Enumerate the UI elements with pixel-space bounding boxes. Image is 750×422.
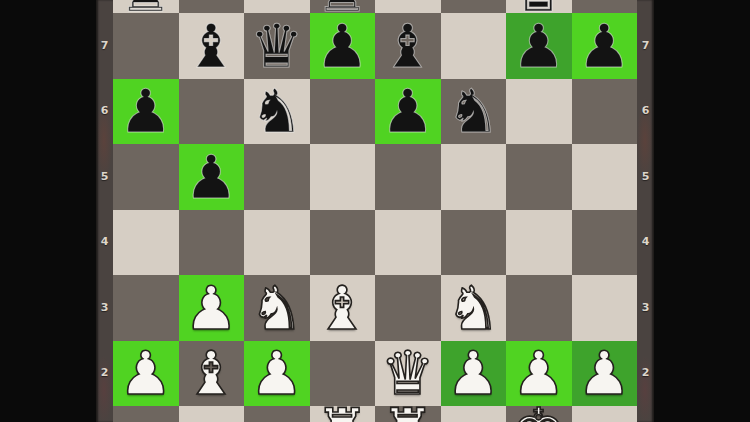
square-b7[interactable]: ♝ — [179, 13, 245, 79]
black-knight-c6[interactable]: ♞ — [250, 81, 304, 141]
square-b3[interactable]: ♟ — [179, 275, 245, 341]
square-c2[interactable]: ♟ — [244, 341, 310, 407]
square-e4[interactable] — [375, 210, 441, 276]
rank-label-7: 7 — [637, 39, 654, 53]
app-screen: 87654321 87654321 ♜♜♚♝♛♟♝♟♟♟♞♟♞♟♟♞♝♞♟♝♟♛… — [0, 0, 750, 422]
square-a3[interactable] — [113, 275, 179, 341]
black-pawn-a6[interactable]: ♟ — [119, 81, 173, 141]
square-b4[interactable] — [179, 210, 245, 276]
square-g5[interactable] — [506, 144, 572, 210]
white-pawn-f2[interactable]: ♟ — [446, 343, 500, 403]
square-a6[interactable]: ♟ — [113, 79, 179, 145]
square-f2[interactable]: ♟ — [441, 341, 507, 407]
square-e5[interactable] — [375, 144, 441, 210]
square-d3[interactable]: ♝ — [310, 275, 376, 341]
square-f7[interactable] — [441, 13, 507, 79]
square-h7[interactable]: ♟ — [572, 13, 638, 79]
square-f8[interactable] — [441, 0, 507, 13]
square-b6[interactable] — [179, 79, 245, 145]
square-b1[interactable] — [179, 406, 245, 422]
square-f5[interactable] — [441, 144, 507, 210]
white-bishop-d3[interactable]: ♝ — [315, 278, 369, 338]
black-pawn-d7[interactable]: ♟ — [315, 16, 369, 76]
white-knight-c3[interactable]: ♞ — [250, 278, 304, 338]
white-pawn-h2[interactable]: ♟ — [577, 343, 631, 403]
square-a4[interactable] — [113, 210, 179, 276]
square-g3[interactable] — [506, 275, 572, 341]
black-pawn-b5[interactable]: ♟ — [184, 147, 238, 207]
rank-label-5: 5 — [96, 170, 113, 184]
rank-label-7: 7 — [96, 39, 113, 53]
black-pawn-h7[interactable]: ♟ — [577, 16, 631, 76]
rank-label-6: 6 — [96, 104, 113, 118]
square-e6[interactable]: ♟ — [375, 79, 441, 145]
chess-board: ♜♜♚♝♛♟♝♟♟♟♞♟♞♟♟♞♝♞♟♝♟♛♟♟♟♜♜♚ — [113, 0, 637, 422]
white-bishop-b2[interactable]: ♝ — [184, 343, 238, 403]
white-pawn-a2[interactable]: ♟ — [119, 343, 173, 403]
white-pawn-c2[interactable]: ♟ — [250, 343, 304, 403]
white-rook-d1[interactable]: ♜ — [315, 400, 369, 422]
rank-label-3: 3 — [96, 301, 113, 315]
rank-label-5: 5 — [637, 170, 654, 184]
square-d6[interactable] — [310, 79, 376, 145]
rank-label-6: 6 — [637, 104, 654, 118]
rank-label-4: 4 — [637, 235, 654, 249]
square-a8[interactable]: ♜ — [113, 0, 179, 13]
white-knight-f3[interactable]: ♞ — [446, 278, 500, 338]
square-g7[interactable]: ♟ — [506, 13, 572, 79]
square-d4[interactable] — [310, 210, 376, 276]
square-c4[interactable] — [244, 210, 310, 276]
square-h3[interactable] — [572, 275, 638, 341]
left-coordinate-strip: 87654321 — [96, 0, 113, 422]
white-pawn-b3[interactable]: ♟ — [184, 278, 238, 338]
black-pawn-e6[interactable]: ♟ — [381, 81, 435, 141]
square-h4[interactable] — [572, 210, 638, 276]
square-e7[interactable]: ♝ — [375, 13, 441, 79]
white-rook-e1[interactable]: ♜ — [381, 400, 435, 422]
square-a5[interactable] — [113, 144, 179, 210]
square-c3[interactable]: ♞ — [244, 275, 310, 341]
square-d5[interactable] — [310, 144, 376, 210]
square-h6[interactable] — [572, 79, 638, 145]
square-b2[interactable]: ♝ — [179, 341, 245, 407]
right-coordinate-strip: 87654321 — [637, 0, 654, 422]
square-c6[interactable]: ♞ — [244, 79, 310, 145]
square-h5[interactable] — [572, 144, 638, 210]
square-e1[interactable]: ♜ — [375, 406, 441, 422]
black-pawn-g7[interactable]: ♟ — [512, 16, 566, 76]
square-c5[interactable] — [244, 144, 310, 210]
square-a1[interactable] — [113, 406, 179, 422]
square-c1[interactable] — [244, 406, 310, 422]
square-b5[interactable]: ♟ — [179, 144, 245, 210]
black-bishop-b7[interactable]: ♝ — [184, 16, 238, 76]
square-f3[interactable]: ♞ — [441, 275, 507, 341]
square-f4[interactable] — [441, 210, 507, 276]
rank-label-2: 2 — [96, 366, 113, 380]
square-g6[interactable] — [506, 79, 572, 145]
square-d7[interactable]: ♟ — [310, 13, 376, 79]
square-g4[interactable] — [506, 210, 572, 276]
rank-label-4: 4 — [96, 235, 113, 249]
square-g1[interactable]: ♚ — [506, 406, 572, 422]
rank-label-2: 2 — [637, 366, 654, 380]
square-d1[interactable]: ♜ — [310, 406, 376, 422]
square-f1[interactable] — [441, 406, 507, 422]
square-a2[interactable]: ♟ — [113, 341, 179, 407]
square-c7[interactable]: ♛ — [244, 13, 310, 79]
black-bishop-e7[interactable]: ♝ — [381, 16, 435, 76]
black-knight-f6[interactable]: ♞ — [446, 81, 500, 141]
rank-label-3: 3 — [637, 301, 654, 315]
square-f6[interactable]: ♞ — [441, 79, 507, 145]
square-h2[interactable]: ♟ — [572, 341, 638, 407]
square-e3[interactable] — [375, 275, 441, 341]
white-king-g1[interactable]: ♚ — [512, 400, 566, 422]
square-a7[interactable] — [113, 13, 179, 79]
square-h1[interactable] — [572, 406, 638, 422]
black-queen-c7[interactable]: ♛ — [250, 16, 304, 76]
